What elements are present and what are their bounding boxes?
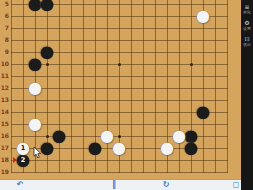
star-point [118, 63, 121, 66]
grid-line [11, 76, 228, 77]
grid-line [59, 0, 60, 173]
stone-white: ● [113, 142, 125, 154]
grid-line [83, 0, 84, 173]
sidebar-item-exit[interactable]: ⊡ 退出 [243, 35, 251, 47]
undo-icon[interactable]: ↶ [14, 180, 26, 190]
row-coordinate-label: 9 [0, 49, 9, 55]
stone-white: ● [173, 130, 185, 142]
row-coordinate-label: 13 [0, 97, 9, 103]
grid-line [11, 0, 12, 173]
grid-line [71, 0, 72, 173]
stone-white: ●1 [17, 142, 29, 154]
stone-black: ● [41, 46, 53, 58]
row-coordinate-label: 8 [0, 37, 9, 43]
grid-line [155, 0, 156, 173]
stone-white: ● [29, 82, 41, 94]
sidebar-item-label: 设置 [243, 27, 251, 31]
row-coordinate-label: 5 [0, 1, 9, 7]
sidebar-item-settings[interactable]: ⚙ 设置 [243, 19, 251, 31]
grid-line [107, 0, 108, 173]
stone-white: ● [29, 118, 41, 130]
stone-black: ● [41, 142, 53, 154]
sidebar-item-variation[interactable]: ≡ 变化 [243, 3, 251, 15]
row-coordinate-label: 16 [0, 133, 9, 139]
stone-black: ● [197, 106, 209, 118]
exit-icon: ⊡ [244, 35, 249, 42]
grid-line [11, 100, 228, 101]
mouse-cursor [33, 147, 42, 159]
row-coordinate-label: 17 [0, 145, 9, 151]
star-point [46, 63, 49, 66]
pause-icon[interactable]: ‖ [108, 180, 120, 190]
move-number: 1 [17, 142, 29, 154]
stone-black: ● [53, 130, 65, 142]
row-coordinate-label: 19 [0, 169, 9, 175]
grid-line [11, 40, 228, 41]
sidebar-item-label: 变化 [243, 11, 251, 15]
last-move-marker [13, 157, 17, 163]
row-coordinate-label: 12 [0, 85, 9, 91]
grid-line [11, 88, 228, 89]
grid-line [131, 0, 132, 173]
variation-icon: ≡ [244, 3, 249, 10]
stone-black: ● [29, 58, 41, 70]
redo-icon[interactable]: ↻ [160, 180, 172, 190]
grid-line [11, 124, 228, 125]
row-coordinate-label: 14 [0, 109, 9, 115]
row-coordinate-label: 7 [0, 25, 9, 31]
go-app-window: 5678910111213141516171819●●●●●●●●2●●●●●●… [0, 0, 253, 190]
settings-icon: ⚙ [244, 19, 249, 26]
right-sidebar: ≡ 变化 ⚙ 设置 ⊡ 退出 [241, 0, 253, 190]
sidebar-item-label: 退出 [243, 43, 251, 47]
row-coordinate-label: 10 [0, 61, 9, 67]
grid-line [11, 160, 228, 161]
bottom-toolbar: ↶‖↻◻ [0, 179, 241, 190]
grid-line [215, 0, 216, 173]
stone-white: ● [197, 10, 209, 22]
stone-black: ● [41, 0, 53, 10]
grid-line [179, 0, 180, 173]
grid-line [203, 0, 204, 173]
grid-line [11, 172, 228, 173]
star-point [190, 63, 193, 66]
stone-black: ● [185, 142, 197, 154]
row-coordinate-label: 11 [0, 73, 9, 79]
grid-line [11, 28, 228, 29]
row-coordinate-label: 18 [0, 157, 9, 163]
grid-line [143, 0, 144, 173]
row-coordinate-label: 15 [0, 121, 9, 127]
row-coordinate-label: 6 [0, 13, 9, 19]
grid-line [227, 0, 228, 173]
